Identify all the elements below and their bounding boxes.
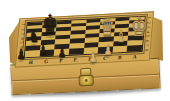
chess-box-photo: 12345678 12345678 HGFEDCBA ♚♞♟♟♟♛♚♝♟♟ bbox=[0, 0, 170, 101]
black-pawn-piece: ♟ bbox=[58, 46, 66, 59]
white-queen-piece: ♛ bbox=[100, 16, 115, 40]
pieces-layer: ♚♞♟♟♟♛♚♝♟♟ bbox=[0, 0, 170, 101]
black-king-piece: ♚ bbox=[42, 11, 58, 37]
white-pawn-piece: ♟ bbox=[89, 50, 98, 64]
white-king-piece: ♚ bbox=[131, 13, 147, 40]
black-pawn-piece: ♟ bbox=[39, 43, 47, 56]
white-pawn-piece: ♟ bbox=[104, 43, 113, 57]
black-knight-piece: ♞ bbox=[29, 29, 39, 45]
black-pawn-piece: ♟ bbox=[17, 47, 26, 61]
white-bishop-piece: ♝ bbox=[116, 29, 126, 45]
